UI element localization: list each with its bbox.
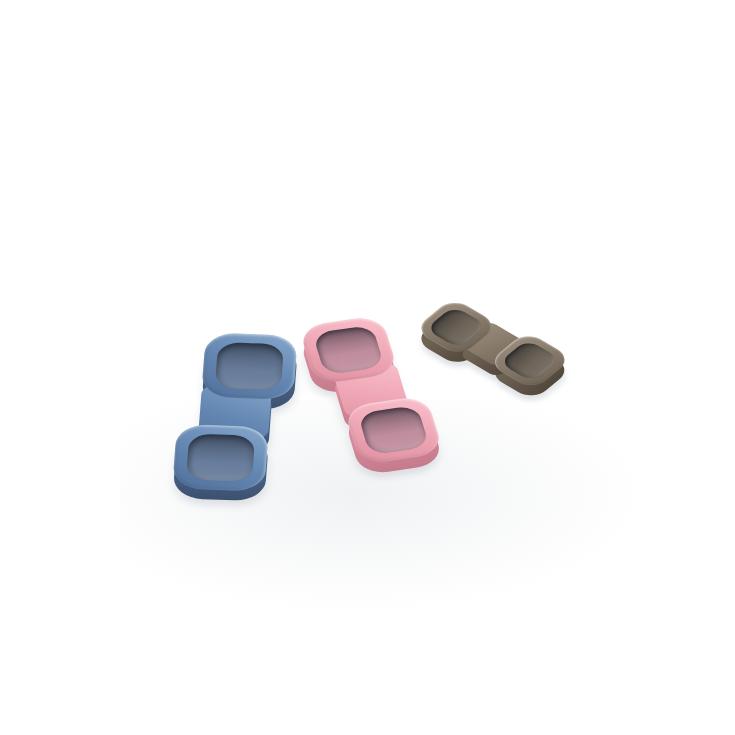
bowl-cavity-bottom <box>358 405 430 455</box>
product-photo-stage <box>0 0 735 735</box>
bowl-cavity-top <box>312 325 384 375</box>
bowl-unit <box>408 288 578 400</box>
bowl-cavity-bottom <box>186 433 255 482</box>
bowl-compartment-top <box>201 332 298 400</box>
pet-bowl-blue <box>178 328 292 496</box>
bowl-compartment-bottom <box>172 424 269 492</box>
pet-bowl-pink <box>319 313 424 468</box>
pet-bowl-brown <box>455 289 530 400</box>
bowl-unit <box>172 326 298 498</box>
bowl-cavity-top <box>215 342 284 391</box>
bowl-body-layer <box>172 326 298 498</box>
bowl-cavity-bottom <box>499 339 560 382</box>
bowl-cavity-top <box>426 306 487 349</box>
